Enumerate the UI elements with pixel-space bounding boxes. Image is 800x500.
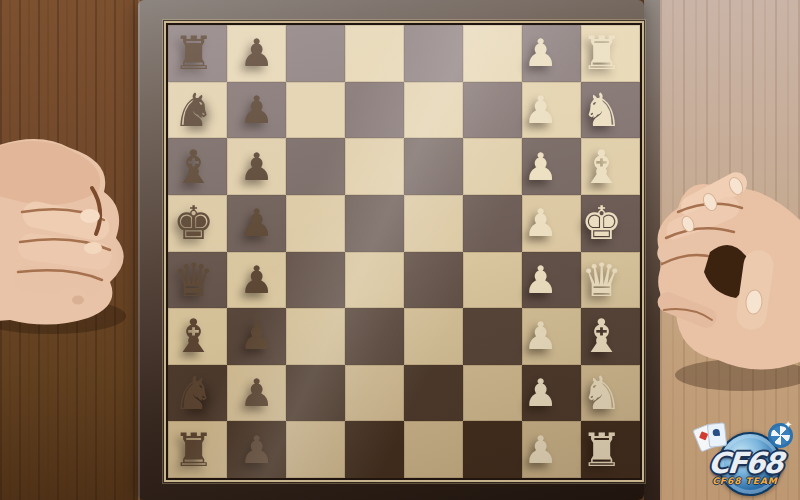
- square-b5[interactable]: [345, 365, 404, 422]
- piece-black-pawn[interactable]: ♟: [239, 34, 273, 72]
- square-d5[interactable]: [345, 252, 404, 309]
- square-c4[interactable]: [404, 308, 463, 365]
- piece-black-knight[interactable]: ♞: [173, 87, 214, 133]
- piece-white-pawn[interactable]: ♟: [523, 261, 557, 299]
- square-h3[interactable]: [463, 25, 522, 82]
- piece-white-pawn[interactable]: ♟: [523, 317, 557, 355]
- square-f7[interactable]: ♟: [227, 138, 286, 195]
- piece-black-knight[interactable]: ♞: [173, 370, 214, 416]
- square-b4[interactable]: [404, 365, 463, 422]
- square-a2[interactable]: ♟: [522, 421, 581, 478]
- piece-white-pawn[interactable]: ♟: [523, 34, 557, 72]
- square-g8[interactable]: ♞: [168, 82, 227, 139]
- piece-black-pawn[interactable]: ♟: [239, 148, 273, 186]
- square-e7[interactable]: ♟: [227, 195, 286, 252]
- square-f4[interactable]: [404, 138, 463, 195]
- piece-black-king[interactable]: ♚: [173, 200, 214, 246]
- square-g1[interactable]: ♞: [581, 82, 640, 139]
- cf68-watermark: ✦ CF68 CF68 TEAM: [692, 418, 798, 494]
- square-f6[interactable]: [286, 138, 345, 195]
- piece-white-pawn[interactable]: ♟: [523, 374, 557, 412]
- piece-black-pawn[interactable]: ♟: [239, 431, 273, 469]
- square-c5[interactable]: [345, 308, 404, 365]
- square-f8[interactable]: ♝: [168, 138, 227, 195]
- square-h2[interactable]: ♟: [522, 25, 581, 82]
- square-b6[interactable]: [286, 365, 345, 422]
- square-e5[interactable]: [345, 195, 404, 252]
- square-e8[interactable]: ♚: [168, 195, 227, 252]
- square-e4[interactable]: [404, 195, 463, 252]
- piece-white-rook[interactable]: ♜: [581, 30, 622, 76]
- piece-black-bishop[interactable]: ♝: [173, 313, 214, 359]
- piece-white-bishop[interactable]: ♝: [581, 144, 622, 190]
- square-e6[interactable]: [286, 195, 345, 252]
- square-b1[interactable]: ♞: [581, 365, 640, 422]
- square-f2[interactable]: ♟: [522, 138, 581, 195]
- square-g5[interactable]: [345, 82, 404, 139]
- piece-white-pawn[interactable]: ♟: [523, 204, 557, 242]
- piece-black-rook[interactable]: ♜: [173, 427, 214, 473]
- square-h6[interactable]: [286, 25, 345, 82]
- square-f1[interactable]: ♝: [581, 138, 640, 195]
- board-grid: ♜♟♟♜♞♟♟♞♝♟♟♝♚♟♟♚♛♟♟♛♝♟♟♝♞♟♟♞♜♟♟♜: [168, 25, 640, 478]
- square-h8[interactable]: ♜: [168, 25, 227, 82]
- piece-black-pawn[interactable]: ♟: [239, 204, 273, 242]
- square-c3[interactable]: [463, 308, 522, 365]
- piece-white-bishop[interactable]: ♝: [581, 313, 622, 359]
- square-h1[interactable]: ♜: [581, 25, 640, 82]
- square-c6[interactable]: [286, 308, 345, 365]
- square-g4[interactable]: [404, 82, 463, 139]
- square-a8[interactable]: ♜: [168, 421, 227, 478]
- piece-black-pawn[interactable]: ♟: [239, 261, 273, 299]
- square-a4[interactable]: [404, 421, 463, 478]
- square-f5[interactable]: [345, 138, 404, 195]
- square-b3[interactable]: [463, 365, 522, 422]
- chess-photo-scene: ♜♟♟♜♞♟♟♞♝♟♟♝♚♟♟♚♛♟♟♛♝♟♟♝♞♟♟♞♜♟♟♜ ✦ CF68 …: [0, 0, 800, 500]
- square-h5[interactable]: [345, 25, 404, 82]
- cf68-team-text: CF68 TEAM: [692, 476, 798, 486]
- piece-black-pawn[interactable]: ♟: [239, 91, 273, 129]
- piece-white-pawn[interactable]: ♟: [523, 431, 557, 469]
- piece-white-king[interactable]: ♚: [581, 200, 622, 246]
- square-c1[interactable]: ♝: [581, 308, 640, 365]
- square-g7[interactable]: ♟: [227, 82, 286, 139]
- square-d8[interactable]: ♛: [168, 252, 227, 309]
- square-f3[interactable]: [463, 138, 522, 195]
- square-e2[interactable]: ♟: [522, 195, 581, 252]
- square-a5[interactable]: [345, 421, 404, 478]
- square-d7[interactable]: ♟: [227, 252, 286, 309]
- square-d6[interactable]: [286, 252, 345, 309]
- piece-white-pawn[interactable]: ♟: [523, 148, 557, 186]
- piece-white-knight[interactable]: ♞: [581, 370, 622, 416]
- square-e1[interactable]: ♚: [581, 195, 640, 252]
- square-d3[interactable]: [463, 252, 522, 309]
- piece-white-queen[interactable]: ♛: [581, 257, 622, 303]
- square-b8[interactable]: ♞: [168, 365, 227, 422]
- piece-white-knight[interactable]: ♞: [581, 87, 622, 133]
- square-d1[interactable]: ♛: [581, 252, 640, 309]
- piece-white-rook[interactable]: ♜: [581, 427, 622, 473]
- piece-black-pawn[interactable]: ♟: [239, 374, 273, 412]
- square-c2[interactable]: ♟: [522, 308, 581, 365]
- table-surface-left: [0, 0, 160, 500]
- piece-white-pawn[interactable]: ♟: [523, 91, 557, 129]
- square-d2[interactable]: ♟: [522, 252, 581, 309]
- sparkle-icon: ✦: [784, 420, 794, 430]
- square-b7[interactable]: ♟: [227, 365, 286, 422]
- piece-black-bishop[interactable]: ♝: [173, 144, 214, 190]
- square-g2[interactable]: ♟: [522, 82, 581, 139]
- piece-black-queen[interactable]: ♛: [173, 257, 214, 303]
- square-a6[interactable]: [286, 421, 345, 478]
- table-edge-seam: [644, 0, 660, 500]
- square-c8[interactable]: ♝: [168, 308, 227, 365]
- cf68-logo-text: CF68: [691, 446, 800, 480]
- square-h4[interactable]: [404, 25, 463, 82]
- square-b2[interactable]: ♟: [522, 365, 581, 422]
- square-e3[interactable]: [463, 195, 522, 252]
- square-d4[interactable]: [404, 252, 463, 309]
- square-a1[interactable]: ♜: [581, 421, 640, 478]
- square-h7[interactable]: ♟: [227, 25, 286, 82]
- square-a7[interactable]: ♟: [227, 421, 286, 478]
- square-g6[interactable]: [286, 82, 345, 139]
- piece-black-rook[interactable]: ♜: [173, 30, 214, 76]
- board-playing-area: ♜♟♟♜♞♟♟♞♝♟♟♝♚♟♟♚♛♟♟♛♝♟♟♝♞♟♟♞♜♟♟♜: [168, 25, 640, 478]
- square-g3[interactable]: [463, 82, 522, 139]
- playing-card-icon: [707, 422, 727, 448]
- chess-board: ♜♟♟♜♞♟♟♞♝♟♟♝♚♟♟♚♛♟♟♛♝♟♟♝♞♟♟♞♜♟♟♜: [138, 0, 644, 500]
- square-a3[interactable]: [463, 421, 522, 478]
- square-c7[interactable]: ♟: [227, 308, 286, 365]
- piece-black-pawn[interactable]: ♟: [239, 317, 273, 355]
